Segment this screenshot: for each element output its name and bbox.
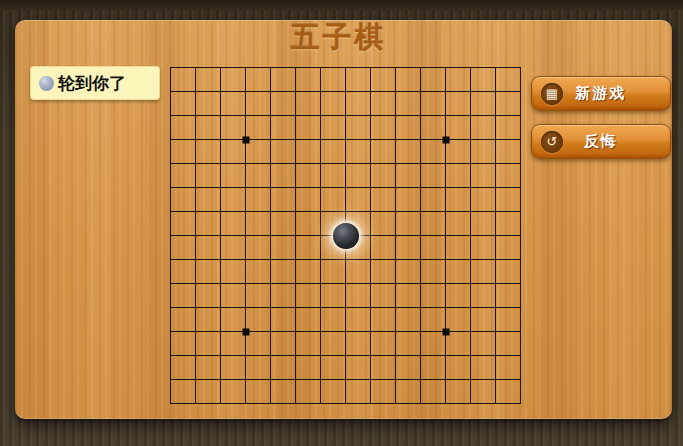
board-cell[interactable] [271,356,296,380]
board-cell[interactable] [471,164,496,188]
board-cell[interactable] [496,92,521,116]
board-cell[interactable] [171,284,196,308]
board-cell[interactable] [321,332,346,356]
board-cell[interactable] [246,356,271,380]
board-cell[interactable] [396,92,421,116]
board-cell[interactable] [321,284,346,308]
board-cell[interactable] [196,140,221,164]
board-cell[interactable] [171,92,196,116]
board-cell[interactable] [221,164,246,188]
board-cell[interactable] [446,164,471,188]
board-cell[interactable] [196,260,221,284]
board-cell[interactable] [496,236,521,260]
board-cell[interactable] [271,236,296,260]
board-cell[interactable] [496,260,521,284]
board-cell[interactable] [471,188,496,212]
board-cell[interactable] [246,68,271,92]
board-cell[interactable] [446,140,471,164]
board-cell[interactable] [321,140,346,164]
board-cell[interactable] [396,164,421,188]
board-cell[interactable] [171,260,196,284]
board-cell[interactable] [246,284,271,308]
board-cell[interactable] [496,116,521,140]
board-cell[interactable] [446,92,471,116]
app-window: 五子棋 轮到你了 ▦ 新游戏 ↺ 反悔 [0,0,683,446]
board-cell[interactable] [271,212,296,236]
board-cell[interactable] [446,188,471,212]
board-cell[interactable] [346,92,371,116]
board-cell[interactable] [296,92,321,116]
board-cell[interactable] [471,308,496,332]
undo-arrow-icon: ↺ [541,131,563,153]
top-dark-bar [0,0,683,10]
board-cell[interactable] [421,212,446,236]
board-cell[interactable] [171,164,196,188]
board-cell[interactable] [321,356,346,380]
board-cell[interactable] [471,68,496,92]
board-cell[interactable] [346,164,371,188]
star-point [242,328,249,335]
board-cell[interactable] [371,356,396,380]
board-cell[interactable] [246,188,271,212]
board-cell[interactable] [246,116,271,140]
board-cell[interactable] [421,260,446,284]
board-cell[interactable] [196,188,221,212]
board-cell[interactable] [296,260,321,284]
board-cell[interactable] [296,236,321,260]
board-cell[interactable] [321,308,346,332]
board-cell[interactable] [221,260,246,284]
board-cell[interactable] [421,332,446,356]
board-cell[interactable] [421,140,446,164]
board-cell[interactable] [396,212,421,236]
page-title: 五子棋 [15,18,662,58]
board-cell[interactable] [446,68,471,92]
board-cell[interactable] [396,140,421,164]
board-cell[interactable] [221,356,246,380]
board-cell[interactable] [196,212,221,236]
board-cell[interactable] [496,212,521,236]
board-cell[interactable] [471,212,496,236]
board-cell[interactable] [471,356,496,380]
board-cell[interactable] [246,140,271,164]
board-cell[interactable] [396,260,421,284]
board-cell[interactable] [296,332,321,356]
board-cell[interactable] [471,236,496,260]
board-cell[interactable] [371,332,396,356]
board-cell[interactable] [196,332,221,356]
board-cell[interactable] [296,188,321,212]
board-cell[interactable] [396,188,421,212]
board-cell[interactable] [496,164,521,188]
board-cell[interactable] [471,332,496,356]
board-cell[interactable] [371,284,396,308]
board-cell[interactable] [396,236,421,260]
board-cell[interactable] [271,380,296,404]
board-cell[interactable] [221,188,246,212]
board-cell[interactable] [396,380,421,404]
board-cell[interactable] [246,332,271,356]
board-cell[interactable] [171,308,196,332]
board-cell[interactable] [221,332,246,356]
board-cell[interactable] [346,380,371,404]
board-cell[interactable] [396,68,421,92]
board-cell[interactable] [196,284,221,308]
board-cell[interactable] [321,260,346,284]
board-cell[interactable] [446,284,471,308]
board-cell[interactable] [271,140,296,164]
board-cell[interactable] [446,380,471,404]
board-cell[interactable] [471,92,496,116]
star-point [242,136,249,143]
board-cell[interactable] [446,116,471,140]
board-cell[interactable] [296,212,321,236]
board-cell[interactable] [371,212,396,236]
board-cell[interactable] [271,308,296,332]
board-cell[interactable] [171,68,196,92]
board-cell[interactable] [346,308,371,332]
board-cell[interactable] [346,260,371,284]
new-game-label: 新游戏 [576,84,627,103]
board-cell[interactable] [321,188,346,212]
board-cell[interactable] [296,284,321,308]
board-cell[interactable] [446,308,471,332]
board-cell[interactable] [246,212,271,236]
board-cell[interactable] [271,284,296,308]
board-cell[interactable] [221,284,246,308]
board-cell[interactable] [271,68,296,92]
board-cell[interactable] [346,284,371,308]
board-cell[interactable] [496,356,521,380]
board-cell[interactable] [371,260,396,284]
board-cell[interactable] [496,188,521,212]
board-cell[interactable] [496,308,521,332]
board-cell[interactable] [296,116,321,140]
board-cell[interactable] [396,116,421,140]
board-cell[interactable] [421,380,446,404]
board-cell[interactable] [371,92,396,116]
board-cell[interactable] [396,356,421,380]
board-cell[interactable] [171,356,196,380]
board-cell[interactable] [221,380,246,404]
board-cell[interactable] [371,236,396,260]
board-cell[interactable] [321,380,346,404]
board-cell[interactable] [496,140,521,164]
board-cell[interactable] [496,332,521,356]
board-cell[interactable] [371,308,396,332]
board-cell[interactable] [171,236,196,260]
board-cell[interactable] [246,260,271,284]
board-cell[interactable] [446,236,471,260]
board-cell[interactable] [171,380,196,404]
board-cell[interactable] [271,92,296,116]
board-cell[interactable] [496,284,521,308]
board-cell[interactable] [271,260,296,284]
board-cell[interactable] [271,116,296,140]
board-cell[interactable] [346,116,371,140]
board-cell[interactable] [371,116,396,140]
board-cell[interactable] [296,68,321,92]
board-cell[interactable] [271,164,296,188]
star-point [442,136,449,143]
board-grid-icon: ▦ [541,83,563,105]
turn-stone-icon [39,76,54,91]
board-cell[interactable] [371,140,396,164]
board-cell[interactable] [296,164,321,188]
board-cell[interactable] [321,116,346,140]
board-cell[interactable] [196,116,221,140]
board-cell[interactable] [446,260,471,284]
board-cell[interactable] [371,68,396,92]
board-cell[interactable] [471,380,496,404]
board-cell[interactable] [346,68,371,92]
board-cell[interactable] [296,308,321,332]
board-cell[interactable] [196,236,221,260]
board-cell[interactable] [196,380,221,404]
board-cell[interactable] [421,284,446,308]
status-box: 轮到你了 [30,66,160,100]
board-cell[interactable] [321,68,346,92]
board-cell[interactable] [396,308,421,332]
board-cell[interactable] [171,332,196,356]
stone-black [333,223,359,249]
board-cell[interactable] [446,332,471,356]
board-cell[interactable] [196,68,221,92]
undo-label: 反悔 [584,132,618,151]
board-cell[interactable] [421,356,446,380]
board-cell[interactable] [246,380,271,404]
board-cell[interactable] [421,236,446,260]
board-cell[interactable] [171,212,196,236]
star-point [442,328,449,335]
board-cell[interactable] [421,68,446,92]
board-cell[interactable] [221,236,246,260]
board-cell[interactable] [246,236,271,260]
board-cell[interactable] [196,164,221,188]
board-cell[interactable] [446,212,471,236]
board-cell[interactable] [221,140,246,164]
board-cell[interactable] [421,92,446,116]
board-cell[interactable] [371,164,396,188]
board-cell[interactable] [346,140,371,164]
board-cell[interactable] [296,356,321,380]
board-cell[interactable] [221,212,246,236]
board-cell[interactable] [271,188,296,212]
board-cell[interactable] [246,92,271,116]
board-cell[interactable] [221,92,246,116]
board-cell[interactable] [196,356,221,380]
board-cell[interactable] [246,164,271,188]
board-cell[interactable] [296,140,321,164]
board-cell[interactable] [171,116,196,140]
board-cell[interactable] [371,188,396,212]
board-cell[interactable] [396,332,421,356]
board-cell[interactable] [271,332,296,356]
board-cell[interactable] [221,68,246,92]
board-cell[interactable] [471,140,496,164]
board-cell[interactable] [171,140,196,164]
board-cell[interactable] [371,380,396,404]
board-cell[interactable] [346,332,371,356]
board-cell[interactable] [496,380,521,404]
board-cell[interactable] [346,356,371,380]
board-cell[interactable] [196,308,221,332]
board-cell[interactable] [446,356,471,380]
board-cell[interactable] [471,116,496,140]
status-message: 轮到你了 [58,72,126,95]
board-cell[interactable] [196,92,221,116]
board-cell[interactable] [321,92,346,116]
board-cell[interactable] [246,308,271,332]
board-cell[interactable] [421,188,446,212]
board-cell[interactable] [346,188,371,212]
board-cell[interactable] [471,260,496,284]
board-cell[interactable] [296,380,321,404]
board-cell[interactable] [421,164,446,188]
undo-button[interactable]: ↺ 反悔 [531,124,671,159]
board-cell[interactable] [171,188,196,212]
game-panel: 五子棋 轮到你了 ▦ 新游戏 ↺ 反悔 [15,20,672,419]
new-game-button[interactable]: ▦ 新游戏 [531,76,671,111]
board-cell[interactable] [496,68,521,92]
board-cell[interactable] [321,164,346,188]
gomoku-board[interactable] [170,67,521,404]
board-cell[interactable] [396,284,421,308]
board-cell[interactable] [471,284,496,308]
